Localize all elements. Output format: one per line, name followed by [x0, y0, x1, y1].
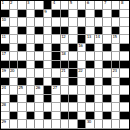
- white-cell[interactable]: [103, 103, 112, 112]
- white-cell[interactable]: [103, 27, 112, 36]
- black-cell: [120, 112, 129, 121]
- white-cell[interactable]: [35, 69, 44, 78]
- black-cell: [61, 61, 70, 70]
- white-cell[interactable]: 8: [120, 1, 129, 10]
- white-cell[interactable]: [103, 120, 112, 129]
- white-cell[interactable]: [112, 44, 121, 53]
- black-cell: [95, 27, 104, 36]
- white-cell[interactable]: [112, 52, 121, 61]
- black-cell: [120, 44, 129, 53]
- white-cell[interactable]: [35, 103, 44, 112]
- white-cell[interactable]: [27, 52, 36, 61]
- white-cell[interactable]: [86, 18, 95, 27]
- white-cell[interactable]: [52, 103, 61, 112]
- white-cell[interactable]: [120, 120, 129, 129]
- white-cell[interactable]: [35, 120, 44, 129]
- white-cell[interactable]: 27: [52, 86, 61, 95]
- white-cell[interactable]: 4: [52, 1, 61, 10]
- white-cell[interactable]: [78, 1, 87, 10]
- white-cell[interactable]: 17: [1, 52, 10, 61]
- black-cell: [86, 78, 95, 87]
- white-cell[interactable]: [103, 52, 112, 61]
- white-cell[interactable]: [18, 35, 27, 44]
- white-cell[interactable]: [112, 78, 121, 87]
- white-cell[interactable]: [95, 95, 104, 104]
- white-cell[interactable]: [103, 35, 112, 44]
- white-cell[interactable]: [52, 112, 61, 121]
- black-cell: [52, 44, 61, 53]
- white-cell[interactable]: [18, 69, 27, 78]
- white-cell[interactable]: [27, 61, 36, 70]
- white-cell[interactable]: [95, 1, 104, 10]
- white-cell[interactable]: [103, 10, 112, 19]
- white-cell[interactable]: 20: [10, 69, 19, 78]
- clue-number: 29: [2, 120, 6, 124]
- black-cell: [120, 78, 129, 87]
- white-cell[interactable]: [69, 52, 78, 61]
- clue-number: 30: [87, 120, 91, 124]
- white-cell[interactable]: 14: [95, 35, 104, 44]
- white-cell[interactable]: [120, 35, 129, 44]
- white-cell[interactable]: [112, 18, 121, 27]
- black-cell: [78, 27, 87, 36]
- black-cell: [1, 27, 10, 36]
- white-cell[interactable]: 15: [112, 35, 121, 44]
- white-cell[interactable]: [120, 69, 129, 78]
- white-cell[interactable]: [18, 18, 27, 27]
- black-cell: [35, 10, 44, 19]
- white-cell[interactable]: [44, 103, 53, 112]
- black-cell: [69, 78, 78, 87]
- clue-number: 26: [36, 86, 40, 90]
- white-cell[interactable]: [61, 103, 70, 112]
- white-cell[interactable]: [78, 86, 87, 95]
- clue-number: 27: [53, 86, 57, 90]
- black-cell: [120, 95, 129, 104]
- white-cell[interactable]: [78, 103, 87, 112]
- black-cell: [18, 44, 27, 53]
- white-cell[interactable]: [61, 120, 70, 129]
- black-cell: [18, 10, 27, 19]
- white-cell[interactable]: 28: [1, 103, 10, 112]
- white-cell[interactable]: 23: [112, 69, 121, 78]
- black-cell: [27, 112, 36, 121]
- white-cell[interactable]: 7: [103, 1, 112, 10]
- clue-number: 16: [78, 44, 82, 48]
- white-cell[interactable]: [44, 69, 53, 78]
- white-cell[interactable]: [27, 18, 36, 27]
- white-cell[interactable]: [95, 52, 104, 61]
- black-cell: [78, 10, 87, 19]
- white-cell[interactable]: [86, 27, 95, 36]
- clue-number: 15: [112, 35, 116, 39]
- white-cell[interactable]: [103, 69, 112, 78]
- clue-number: 21: [61, 69, 65, 73]
- white-cell[interactable]: 9: [44, 10, 53, 19]
- white-cell[interactable]: [120, 18, 129, 27]
- clue-number: 13: [87, 35, 91, 39]
- white-cell[interactable]: [78, 112, 87, 121]
- white-cell[interactable]: [95, 69, 104, 78]
- black-cell: [10, 95, 19, 104]
- white-cell[interactable]: [95, 112, 104, 121]
- black-cell: [61, 112, 70, 121]
- clue-number: 7: [104, 1, 106, 5]
- white-cell[interactable]: [95, 18, 104, 27]
- white-cell[interactable]: [103, 86, 112, 95]
- black-cell: [44, 95, 53, 104]
- clue-number: 19: [2, 69, 6, 73]
- black-cell: [44, 112, 53, 121]
- black-cell: [44, 86, 53, 95]
- white-cell[interactable]: 25: [18, 86, 27, 95]
- black-cell: [35, 44, 44, 53]
- white-cell[interactable]: [27, 10, 36, 19]
- white-cell[interactable]: [27, 103, 36, 112]
- white-cell[interactable]: [44, 35, 53, 44]
- white-cell[interactable]: [61, 78, 70, 87]
- white-cell[interactable]: [69, 103, 78, 112]
- white-cell[interactable]: [44, 61, 53, 70]
- white-cell[interactable]: [44, 52, 53, 61]
- white-cell[interactable]: [112, 1, 121, 10]
- black-cell: [112, 27, 121, 36]
- white-cell[interactable]: [10, 10, 19, 19]
- white-cell[interactable]: 11: [1, 35, 10, 44]
- white-cell[interactable]: [52, 69, 61, 78]
- clue-number: 25: [19, 86, 23, 90]
- white-cell[interactable]: [27, 120, 36, 129]
- white-cell[interactable]: [112, 103, 121, 112]
- black-cell: [103, 61, 112, 70]
- white-cell[interactable]: [18, 112, 27, 121]
- white-cell[interactable]: [61, 44, 70, 53]
- black-cell: [69, 61, 78, 70]
- black-cell: [78, 120, 87, 129]
- black-cell: [69, 44, 78, 53]
- white-cell[interactable]: [1, 112, 10, 121]
- black-cell: [35, 78, 44, 87]
- white-cell[interactable]: [27, 27, 36, 36]
- white-cell[interactable]: [18, 52, 27, 61]
- white-cell[interactable]: [95, 78, 104, 87]
- white-cell[interactable]: 13: [86, 35, 95, 44]
- black-cell: [103, 44, 112, 53]
- white-cell[interactable]: [35, 18, 44, 27]
- black-cell: [52, 10, 61, 19]
- white-cell[interactable]: [18, 103, 27, 112]
- clue-number: 9: [44, 10, 46, 14]
- black-cell: [69, 69, 78, 78]
- black-cell: [103, 95, 112, 104]
- crossword-board: 1234567891011121314151617181920212223242…: [0, 0, 130, 130]
- clue-number: 1: [2, 1, 4, 5]
- white-cell[interactable]: 30: [86, 120, 95, 129]
- white-cell[interactable]: 26: [35, 86, 44, 95]
- white-cell[interactable]: [1, 95, 10, 104]
- white-cell[interactable]: [120, 103, 129, 112]
- white-cell[interactable]: 29: [1, 120, 10, 129]
- black-cell: [35, 61, 44, 70]
- clue-number: 22: [78, 69, 82, 73]
- white-cell[interactable]: [52, 120, 61, 129]
- white-cell[interactable]: 6: [86, 1, 95, 10]
- white-cell[interactable]: [112, 120, 121, 129]
- white-cell[interactable]: 3: [27, 1, 36, 10]
- black-cell: [18, 27, 27, 36]
- black-cell: [69, 95, 78, 104]
- white-cell[interactable]: [27, 69, 36, 78]
- white-cell[interactable]: [120, 86, 129, 95]
- black-cell: [86, 61, 95, 70]
- white-cell[interactable]: 2: [10, 1, 19, 10]
- white-cell[interactable]: [103, 18, 112, 27]
- black-cell: [52, 78, 61, 87]
- white-cell[interactable]: [44, 18, 53, 27]
- white-cell[interactable]: [86, 86, 95, 95]
- black-cell: [35, 27, 44, 36]
- white-cell[interactable]: [52, 35, 61, 44]
- clue-number: 18: [61, 52, 65, 56]
- white-cell[interactable]: [120, 10, 129, 19]
- white-cell[interactable]: [44, 78, 53, 87]
- black-cell: [78, 35, 87, 44]
- clue-number: 4: [53, 1, 55, 5]
- black-cell: [1, 44, 10, 53]
- black-cell: [86, 95, 95, 104]
- white-cell[interactable]: [10, 86, 19, 95]
- white-cell[interactable]: [86, 103, 95, 112]
- black-cell: [1, 78, 10, 87]
- black-cell: [95, 10, 104, 19]
- clue-number: 14: [95, 35, 99, 39]
- clue-number: 23: [112, 69, 116, 73]
- white-cell[interactable]: [27, 44, 36, 53]
- white-cell[interactable]: [35, 112, 44, 121]
- black-cell: [1, 61, 10, 70]
- white-cell[interactable]: [35, 1, 44, 10]
- clue-number: 20: [10, 69, 14, 73]
- white-cell[interactable]: [78, 78, 87, 87]
- black-cell: [112, 61, 121, 70]
- white-cell[interactable]: [10, 120, 19, 129]
- white-cell[interactable]: 19: [1, 69, 10, 78]
- clue-number: 8: [121, 1, 123, 5]
- white-cell[interactable]: [95, 86, 104, 95]
- white-cell[interactable]: [10, 103, 19, 112]
- white-cell[interactable]: [120, 52, 129, 61]
- white-cell[interactable]: 12: [61, 35, 70, 44]
- white-cell[interactable]: [95, 61, 104, 70]
- white-cell[interactable]: 24: [1, 86, 10, 95]
- white-cell[interactable]: [69, 10, 78, 19]
- white-cell[interactable]: [35, 52, 44, 61]
- white-cell[interactable]: [52, 95, 61, 104]
- white-cell[interactable]: [112, 112, 121, 121]
- black-cell: [120, 61, 129, 70]
- black-cell: [61, 95, 70, 104]
- black-cell: [103, 78, 112, 87]
- white-cell[interactable]: [27, 35, 36, 44]
- clue-number: 6: [87, 1, 89, 5]
- white-cell[interactable]: [10, 35, 19, 44]
- white-cell[interactable]: 18: [61, 52, 70, 61]
- black-cell: [44, 1, 53, 10]
- clue-number: 11: [2, 35, 6, 39]
- black-cell: [86, 112, 95, 121]
- black-cell: [69, 112, 78, 121]
- white-cell[interactable]: [61, 18, 70, 27]
- clue-number: 24: [2, 86, 6, 90]
- clue-number: 28: [2, 103, 6, 107]
- clue-number: 17: [2, 52, 6, 56]
- white-cell[interactable]: [120, 27, 129, 36]
- white-cell[interactable]: 1: [1, 1, 10, 10]
- white-cell[interactable]: [78, 95, 87, 104]
- clue-number: 3: [27, 1, 29, 5]
- white-cell[interactable]: [69, 86, 78, 95]
- black-cell: [18, 78, 27, 87]
- black-cell: [10, 61, 19, 70]
- crossword-puzzle: 1234567891011121314151617181920212223242…: [0, 0, 130, 130]
- white-cell[interactable]: [18, 95, 27, 104]
- clue-number: 12: [61, 35, 65, 39]
- white-cell[interactable]: [95, 44, 104, 53]
- white-cell[interactable]: [10, 52, 19, 61]
- white-cell[interactable]: [112, 86, 121, 95]
- white-cell[interactable]: [44, 44, 53, 53]
- black-cell: [86, 44, 95, 53]
- black-cell: [52, 61, 61, 70]
- white-cell[interactable]: [35, 95, 44, 104]
- black-cell: [27, 95, 36, 104]
- white-cell[interactable]: 5: [69, 1, 78, 10]
- black-cell: [52, 27, 61, 36]
- white-cell[interactable]: [86, 69, 95, 78]
- white-cell[interactable]: [86, 10, 95, 19]
- black-cell: [112, 10, 121, 19]
- white-cell[interactable]: 21: [61, 69, 70, 78]
- black-cell: [18, 61, 27, 70]
- white-cell[interactable]: [69, 27, 78, 36]
- white-cell[interactable]: [86, 52, 95, 61]
- white-cell[interactable]: [10, 78, 19, 87]
- white-cell[interactable]: [10, 18, 19, 27]
- white-cell[interactable]: [112, 95, 121, 104]
- white-cell[interactable]: [44, 27, 53, 36]
- white-cell[interactable]: [61, 86, 70, 95]
- white-cell[interactable]: [61, 1, 70, 10]
- white-cell[interactable]: [95, 103, 104, 112]
- white-cell[interactable]: [18, 1, 27, 10]
- black-cell: [61, 10, 70, 19]
- white-cell[interactable]: [10, 27, 19, 36]
- white-cell[interactable]: [78, 18, 87, 27]
- clue-number: 2: [10, 1, 12, 5]
- white-cell[interactable]: [44, 120, 53, 129]
- white-cell[interactable]: [10, 44, 19, 53]
- black-cell: [1, 10, 10, 19]
- clue-number: 10: [2, 18, 6, 22]
- white-cell[interactable]: [35, 35, 44, 44]
- white-cell[interactable]: [78, 61, 87, 70]
- white-cell[interactable]: [69, 35, 78, 44]
- white-cell[interactable]: [27, 86, 36, 95]
- white-cell[interactable]: [18, 120, 27, 129]
- white-cell[interactable]: 10: [1, 18, 10, 27]
- white-cell[interactable]: [78, 52, 87, 61]
- white-cell[interactable]: [27, 78, 36, 87]
- black-cell: [52, 52, 61, 61]
- white-cell[interactable]: 22: [78, 69, 87, 78]
- white-cell[interactable]: [52, 18, 61, 27]
- white-cell[interactable]: [95, 120, 104, 129]
- white-cell[interactable]: [69, 120, 78, 129]
- black-cell: [61, 27, 70, 36]
- black-cell: [10, 112, 19, 121]
- white-cell[interactable]: 16: [78, 44, 87, 53]
- white-cell[interactable]: [69, 18, 78, 27]
- clue-number: 5: [70, 1, 72, 5]
- black-cell: [103, 112, 112, 121]
